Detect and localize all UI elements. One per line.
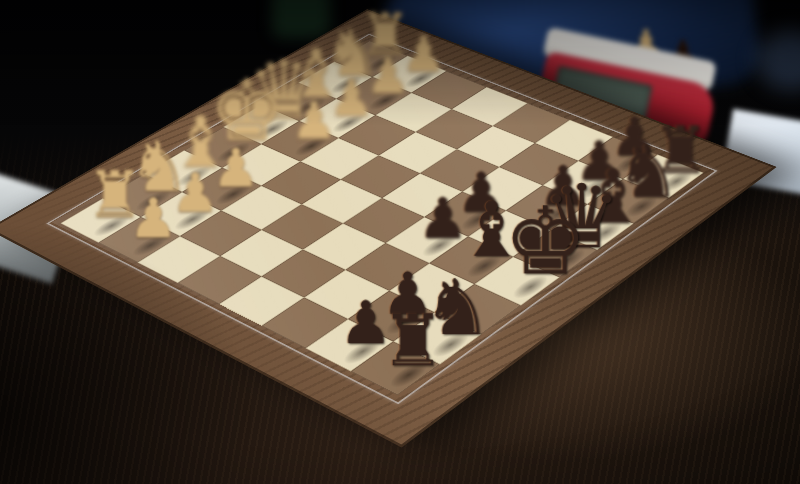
piece-black-rook-h8[interactable]: ♜ (380, 305, 444, 376)
bottle-silhouette (272, 0, 330, 38)
piece-white-pawn-d2[interactable]: ♟ (287, 95, 342, 147)
piece-white-pawn-h2[interactable]: ♟ (124, 191, 182, 246)
piece-black-king-e8[interactable]: ♚ (503, 195, 564, 289)
tournament-chess-scene: ♟ ♟ ♜♞♝♚♛♝♞♜♟♟♟♟♟♟♟♟♟♟♟♝♟♟♟♜♞♚♛♝♞♜ (0, 0, 800, 484)
